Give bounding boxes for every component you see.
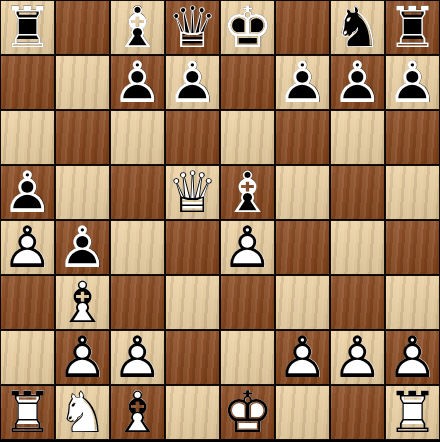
piece-outline-layer: ♘ [55,385,110,440]
square-a4[interactable]: ♟♙ [0,220,55,275]
white-pawn-piece[interactable]: ♟♙ [275,330,330,385]
piece-outline-layer: ♙ [55,330,110,385]
square-f6[interactable] [275,110,330,165]
square-g8[interactable]: ♞♘ [330,0,385,55]
piece-outline-layer: ♗ [220,165,275,220]
square-d6[interactable] [165,110,220,165]
square-d8[interactable]: ♛♕ [165,0,220,55]
square-h3[interactable] [385,275,440,330]
black-pawn-piece[interactable]: ♟♙ [165,55,220,110]
square-f4[interactable] [275,220,330,275]
square-c2[interactable]: ♟♙ [110,330,165,385]
square-c7[interactable]: ♟♙ [110,55,165,110]
square-h7[interactable]: ♟♙ [385,55,440,110]
piece-outline-layer: ♔ [220,0,275,55]
square-d4[interactable] [165,220,220,275]
black-bishop-piece[interactable]: ♝♗ [110,0,165,55]
piece-outline-layer: ♙ [55,220,110,275]
square-a5[interactable]: ♟♙ [0,165,55,220]
piece-outline-layer: ♕ [165,0,220,55]
white-bishop-piece[interactable]: ♝♗ [55,275,110,330]
square-b5[interactable] [55,165,110,220]
square-e3[interactable] [220,275,275,330]
white-knight-piece[interactable]: ♞♘ [55,385,110,440]
square-e2[interactable] [220,330,275,385]
square-d5[interactable]: ♛♕ [165,165,220,220]
piece-outline-layer: ♙ [0,165,55,220]
square-g6[interactable] [330,110,385,165]
square-d2[interactable] [165,330,220,385]
white-rook-piece[interactable]: ♜♖ [385,385,440,440]
square-f3[interactable] [275,275,330,330]
chess-board: ♜♖♝♗♛♕♚♔♞♘♜♖♟♙♟♙♟♙♟♙♟♙♟♙♛♕♝♗♟♙♟♙♟♙♝♗♟♙♟♙… [0,0,440,440]
white-pawn-piece[interactable]: ♟♙ [220,220,275,275]
square-b3[interactable]: ♝♗ [55,275,110,330]
white-pawn-piece[interactable]: ♟♙ [110,330,165,385]
white-pawn-piece[interactable]: ♟♙ [0,220,55,275]
piece-outline-layer: ♙ [220,220,275,275]
piece-outline-layer: ♙ [110,330,165,385]
black-knight-piece[interactable]: ♞♘ [330,0,385,55]
square-f1[interactable] [275,385,330,440]
square-h8[interactable]: ♜♖ [385,0,440,55]
square-h2[interactable]: ♟♙ [385,330,440,385]
black-bishop-piece[interactable]: ♝♗ [220,165,275,220]
square-c3[interactable] [110,275,165,330]
white-king-piece[interactable]: ♚♔ [220,385,275,440]
square-g4[interactable] [330,220,385,275]
square-b4[interactable]: ♟♙ [55,220,110,275]
square-f7[interactable]: ♟♙ [275,55,330,110]
square-a3[interactable] [0,275,55,330]
piece-outline-layer: ♘ [330,0,385,55]
piece-outline-layer: ♔ [220,385,275,440]
black-pawn-piece[interactable]: ♟♙ [55,220,110,275]
piece-outline-layer: ♖ [0,0,55,55]
white-rook-piece[interactable]: ♜♖ [0,385,55,440]
square-g3[interactable] [330,275,385,330]
white-pawn-piece[interactable]: ♟♙ [385,330,440,385]
square-g1[interactable] [330,385,385,440]
square-e4[interactable]: ♟♙ [220,220,275,275]
square-g5[interactable] [330,165,385,220]
square-c8[interactable]: ♝♗ [110,0,165,55]
square-g7[interactable]: ♟♙ [330,55,385,110]
square-b7[interactable] [55,55,110,110]
square-a6[interactable] [0,110,55,165]
square-a7[interactable] [0,55,55,110]
black-pawn-piece[interactable]: ♟♙ [330,55,385,110]
square-b1[interactable]: ♞♘ [55,385,110,440]
piece-outline-layer: ♙ [275,330,330,385]
square-e8[interactable]: ♚♔ [220,0,275,55]
square-h5[interactable] [385,165,440,220]
square-h4[interactable] [385,220,440,275]
piece-outline-layer: ♖ [385,0,440,55]
square-b8[interactable] [55,0,110,55]
square-c1[interactable]: ♝♗ [110,385,165,440]
white-pawn-piece[interactable]: ♟♙ [330,330,385,385]
square-f2[interactable]: ♟♙ [275,330,330,385]
black-pawn-piece[interactable]: ♟♙ [110,55,165,110]
piece-outline-layer: ♙ [165,55,220,110]
black-rook-piece[interactable]: ♜♖ [0,0,55,55]
square-e5[interactable]: ♝♗ [220,165,275,220]
square-e6[interactable] [220,110,275,165]
square-d1[interactable] [165,385,220,440]
square-e1[interactable]: ♚♔ [220,385,275,440]
piece-outline-layer: ♙ [385,55,440,110]
piece-outline-layer: ♗ [110,385,165,440]
white-pawn-piece[interactable]: ♟♙ [55,330,110,385]
square-d3[interactable] [165,275,220,330]
piece-outline-layer: ♙ [0,220,55,275]
square-c4[interactable] [110,220,165,275]
black-pawn-piece[interactable]: ♟♙ [0,165,55,220]
square-a1[interactable]: ♜♖ [0,385,55,440]
square-c6[interactable] [110,110,165,165]
square-b6[interactable] [55,110,110,165]
square-h1[interactable]: ♜♖ [385,385,440,440]
piece-outline-layer: ♕ [165,165,220,220]
black-rook-piece[interactable]: ♜♖ [385,0,440,55]
piece-outline-layer: ♙ [330,55,385,110]
white-queen-piece[interactable]: ♛♕ [165,165,220,220]
square-a2[interactable] [0,330,55,385]
white-bishop-piece[interactable]: ♝♗ [110,385,165,440]
black-pawn-piece[interactable]: ♟♙ [275,55,330,110]
black-queen-piece[interactable]: ♛♕ [165,0,220,55]
piece-outline-layer: ♗ [55,275,110,330]
piece-outline-layer: ♖ [0,385,55,440]
black-king-piece[interactable]: ♚♔ [220,0,275,55]
black-pawn-piece[interactable]: ♟♙ [385,55,440,110]
square-d7[interactable]: ♟♙ [165,55,220,110]
piece-outline-layer: ♗ [110,0,165,55]
square-f8[interactable] [275,0,330,55]
piece-outline-layer: ♙ [110,55,165,110]
piece-outline-layer: ♙ [385,330,440,385]
piece-outline-layer: ♖ [385,385,440,440]
piece-outline-layer: ♙ [275,55,330,110]
square-b2[interactable]: ♟♙ [55,330,110,385]
square-c5[interactable] [110,165,165,220]
square-a8[interactable]: ♜♖ [0,0,55,55]
square-h6[interactable] [385,110,440,165]
square-e7[interactable] [220,55,275,110]
square-g2[interactable]: ♟♙ [330,330,385,385]
piece-outline-layer: ♙ [330,330,385,385]
square-f5[interactable] [275,165,330,220]
